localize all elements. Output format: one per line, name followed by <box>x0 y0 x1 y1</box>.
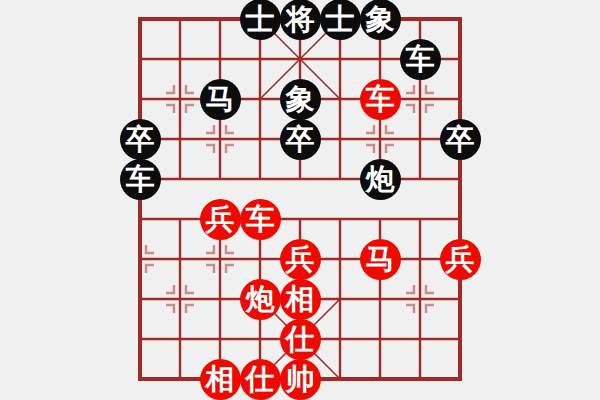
board-point <box>320 119 360 159</box>
board-point: 车 <box>240 199 280 239</box>
board-point <box>320 359 360 399</box>
board-point <box>440 319 480 359</box>
black-elephant[interactable]: 象 <box>360 0 401 40</box>
board-point <box>200 119 240 159</box>
board-point: 卒 <box>120 119 160 159</box>
board-point: 炮 <box>360 159 400 199</box>
board-point: 兵 <box>200 199 240 239</box>
board-point <box>360 39 400 79</box>
board-point <box>160 39 200 79</box>
board-point <box>320 39 360 79</box>
board-point <box>400 0 440 39</box>
black-soldier[interactable]: 卒 <box>120 119 161 160</box>
xiangqi-board: 士将士象车马象车卒卒卒车炮兵车兵马兵炮相仕相仕帅 <box>120 0 480 399</box>
board-point <box>400 319 440 359</box>
board-point <box>440 0 480 39</box>
board-point: 兵 <box>440 239 480 279</box>
board-point <box>360 319 400 359</box>
board-point: 帅 <box>280 359 320 399</box>
board-point: 马 <box>360 239 400 279</box>
board-point <box>400 159 440 199</box>
board-point: 马 <box>200 79 240 119</box>
board-point <box>440 79 480 119</box>
board-point <box>160 159 200 199</box>
board-point <box>120 239 160 279</box>
board-point <box>400 279 440 319</box>
board-point <box>440 359 480 399</box>
board-point <box>240 39 280 79</box>
board-point <box>320 159 360 199</box>
board-point <box>120 39 160 79</box>
board-point: 仕 <box>280 319 320 359</box>
red-soldier[interactable]: 兵 <box>280 239 321 280</box>
board-point <box>160 119 200 159</box>
board-point: 仕 <box>240 359 280 399</box>
board-point <box>400 359 440 399</box>
board-point <box>400 119 440 159</box>
board-point: 车 <box>360 79 400 119</box>
board-point <box>120 359 160 399</box>
board-point: 士 <box>320 0 360 39</box>
board-point: 象 <box>360 0 400 39</box>
red-elephant[interactable]: 相 <box>280 279 321 320</box>
black-soldier[interactable]: 卒 <box>440 119 481 160</box>
board-point <box>120 79 160 119</box>
board-point <box>200 0 240 39</box>
board-point <box>320 239 360 279</box>
black-chariot[interactable]: 车 <box>120 159 161 200</box>
board-point <box>320 279 360 319</box>
board-point <box>440 39 480 79</box>
board-point <box>400 199 440 239</box>
board-point <box>280 159 320 199</box>
board-point: 卒 <box>440 119 480 159</box>
black-advisor[interactable]: 士 <box>240 0 281 40</box>
board-point <box>160 199 200 239</box>
board-point <box>160 319 200 359</box>
board-point <box>360 279 400 319</box>
board-point: 炮 <box>240 279 280 319</box>
board-point: 卒 <box>280 119 320 159</box>
board-point <box>280 199 320 239</box>
board-point <box>440 159 480 199</box>
board-point <box>240 159 280 199</box>
black-horse[interactable]: 马 <box>200 79 241 120</box>
board-point <box>200 239 240 279</box>
black-chariot[interactable]: 车 <box>400 39 441 80</box>
board-point <box>120 0 160 39</box>
board-point: 士 <box>240 0 280 39</box>
red-chariot[interactable]: 车 <box>360 79 401 120</box>
xiangqi-screenshot: 士将士象车马象车卒卒卒车炮兵车兵马兵炮相仕相仕帅 <box>0 0 600 400</box>
board-point <box>120 279 160 319</box>
board-point <box>400 79 440 119</box>
red-horse[interactable]: 马 <box>360 239 401 280</box>
board-point <box>200 319 240 359</box>
red-advisor[interactable]: 仕 <box>280 319 321 360</box>
board-grid: 士将士象车马象车卒卒卒车炮兵车兵马兵炮相仕相仕帅 <box>120 0 480 399</box>
board-point <box>440 199 480 239</box>
board-point <box>360 359 400 399</box>
board-point: 车 <box>120 159 160 199</box>
board-point: 将 <box>280 0 320 39</box>
black-cannon[interactable]: 炮 <box>360 159 401 200</box>
board-point: 象 <box>280 79 320 119</box>
board-point <box>200 39 240 79</box>
board-point <box>160 279 200 319</box>
red-soldier[interactable]: 兵 <box>440 239 481 280</box>
board-point <box>160 239 200 279</box>
board-point <box>440 279 480 319</box>
board-point: 相 <box>280 279 320 319</box>
board-point <box>240 119 280 159</box>
board-point <box>240 239 280 279</box>
board-point <box>200 279 240 319</box>
red-chariot[interactable]: 车 <box>240 199 281 240</box>
board-point <box>240 79 280 119</box>
board-point <box>360 119 400 159</box>
board-point <box>120 199 160 239</box>
board-point <box>360 199 400 239</box>
black-soldier[interactable]: 卒 <box>280 119 321 160</box>
board-point <box>280 39 320 79</box>
board-point <box>160 79 200 119</box>
board-point <box>160 359 200 399</box>
red-advisor[interactable]: 仕 <box>240 359 281 400</box>
black-advisor[interactable]: 士 <box>320 0 361 40</box>
board-point: 兵 <box>280 239 320 279</box>
board-point <box>160 0 200 39</box>
board-point <box>240 319 280 359</box>
red-elephant[interactable]: 相 <box>200 359 241 400</box>
board-point: 相 <box>200 359 240 399</box>
board-point <box>320 319 360 359</box>
red-general[interactable]: 帅 <box>280 359 321 400</box>
black-general[interactable]: 将 <box>280 0 321 40</box>
red-soldier[interactable]: 兵 <box>200 199 241 240</box>
board-point <box>320 79 360 119</box>
red-cannon[interactable]: 炮 <box>240 279 281 320</box>
board-point <box>320 199 360 239</box>
board-point <box>120 319 160 359</box>
black-elephant[interactable]: 象 <box>280 79 321 120</box>
board-point: 车 <box>400 39 440 79</box>
board-point <box>200 159 240 199</box>
board-point <box>400 239 440 279</box>
